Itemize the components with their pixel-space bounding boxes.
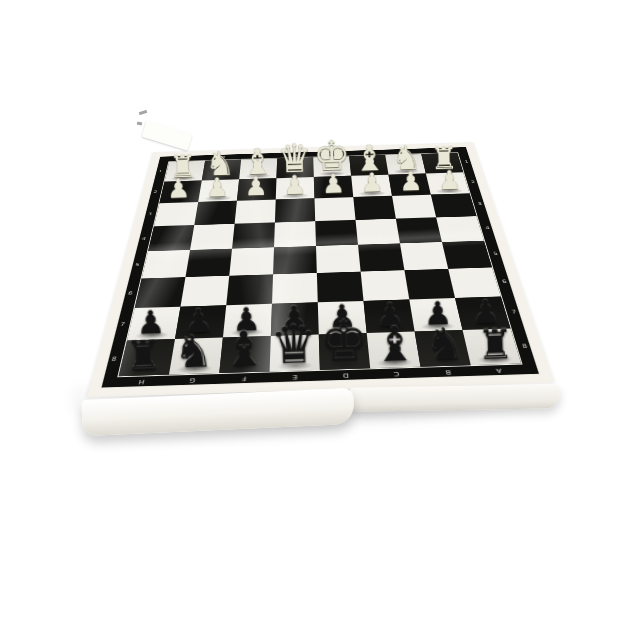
square-g2: ♟ (198, 179, 239, 202)
square-e4 (274, 221, 316, 247)
piece-white-pawn: ♟ (360, 171, 384, 196)
piece-black-bishop: ♝ (222, 325, 266, 372)
piece-black-knight: ♞ (424, 322, 465, 365)
piece-white-pawn: ♟ (322, 172, 346, 197)
square-h5 (142, 250, 190, 279)
square-d4 (315, 220, 358, 246)
square-g4 (190, 224, 235, 250)
square-b4 (396, 217, 442, 243)
square-e8: ♛ (270, 335, 320, 372)
square-f4 (232, 222, 275, 248)
square-g5 (185, 249, 232, 277)
square-g8: ♞ (169, 338, 223, 375)
square-f3 (235, 199, 276, 223)
square-b2: ♟ (389, 174, 431, 196)
square-h8: ♜ (119, 339, 175, 376)
square-d5 (316, 245, 361, 273)
square-b8: ♞ (415, 330, 471, 367)
square-c5 (358, 243, 404, 271)
square-f2: ♟ (237, 178, 277, 200)
piece-white-pawn: ♟ (283, 173, 307, 198)
mat-edge-mark (137, 122, 142, 126)
square-f5 (229, 247, 274, 275)
mat-near-edge-curl-right (350, 384, 560, 412)
square-h2: ♟ (159, 181, 201, 204)
piece-black-king: ♚ (319, 315, 370, 369)
square-a4 (436, 216, 484, 242)
square-h4 (148, 225, 194, 251)
product-photo-chess-set: HGFEDCBA HGFEDCBA 12345678 12345678 ♜♞♝♛… (0, 0, 632, 632)
square-d2: ♟ (314, 176, 353, 198)
perspective-scene: HGFEDCBA HGFEDCBA 12345678 12345678 ♜♞♝♛… (0, 0, 632, 632)
square-c8: ♝ (367, 332, 421, 369)
square-e2: ♟ (276, 177, 315, 199)
piece-white-pawn: ♟ (244, 175, 268, 200)
piece-white-pawn: ♟ (438, 169, 462, 194)
square-b5 (400, 242, 448, 270)
piece-black-rook: ♜ (125, 335, 163, 375)
piece-black-rook: ♜ (476, 324, 514, 364)
square-e3 (275, 198, 315, 222)
square-a5 (442, 241, 492, 269)
square-e5 (273, 246, 317, 274)
square-h3 (154, 202, 198, 226)
playing-field: ♜♞♝♛♚♝♞♜♟♟♟♟♟♟♟♟♟♟♟♟♟♟♟♟♜♞♝♛♚♝♞♜ (117, 152, 522, 377)
piece-black-bishop: ♝ (372, 320, 416, 367)
square-a8: ♜ (463, 328, 522, 365)
square-c4 (356, 219, 400, 245)
square-b3 (392, 195, 436, 219)
piece-black-knight: ♞ (173, 330, 214, 373)
square-c2: ♟ (351, 175, 392, 197)
square-d8: ♚ (319, 333, 370, 370)
piece-white-pawn: ♟ (399, 170, 423, 195)
square-c3 (353, 196, 396, 220)
piece-black-queen: ♛ (270, 319, 319, 370)
piece-white-pawn: ♟ (167, 177, 191, 202)
square-a2: ♟ (426, 172, 470, 194)
vinyl-chess-mat: HGFEDCBA HGFEDCBA 12345678 12345678 ♜♞♝♛… (87, 142, 554, 397)
square-f8: ♝ (219, 336, 271, 373)
piece-white-pawn: ♟ (205, 176, 229, 201)
